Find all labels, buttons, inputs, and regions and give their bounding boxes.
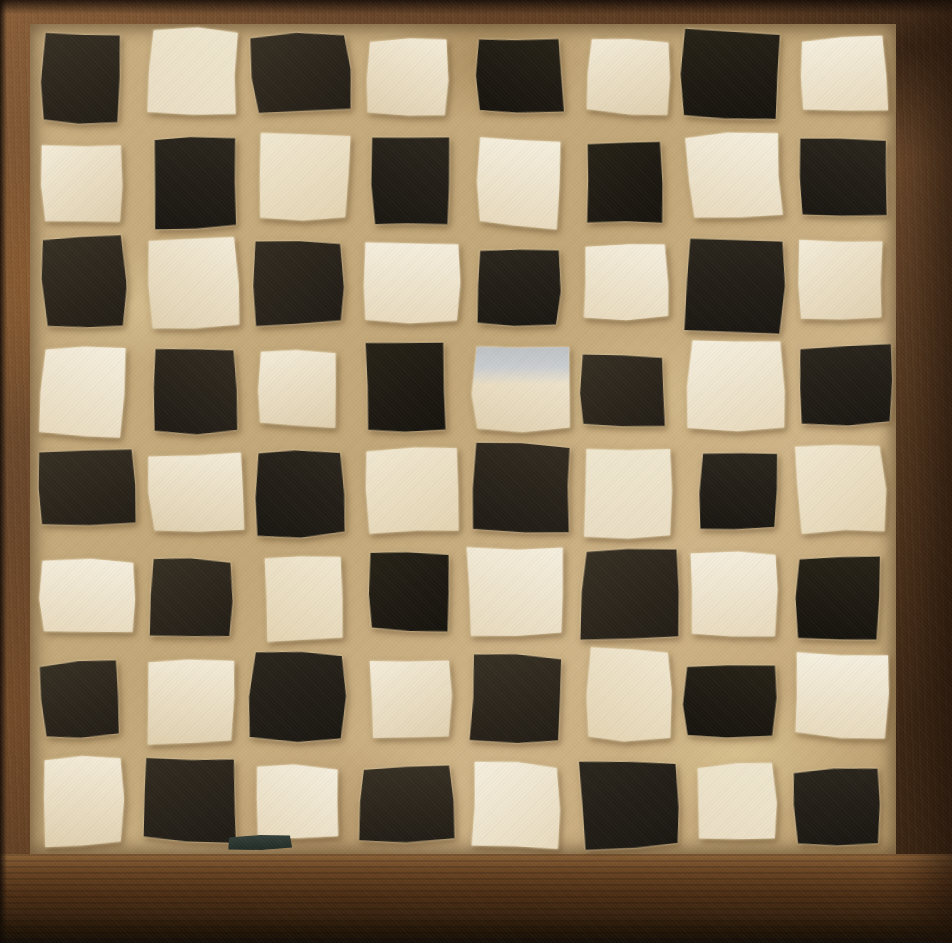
square-r6c4[interactable] <box>355 543 463 647</box>
tile-light <box>364 37 450 117</box>
square-r2c3[interactable] <box>247 128 355 232</box>
tile-surface <box>796 239 884 321</box>
square-r6c6[interactable] <box>571 543 679 647</box>
tile-dark <box>579 353 667 429</box>
square-r1c8[interactable] <box>788 24 896 128</box>
square-r1c1[interactable] <box>30 24 138 128</box>
tile-surface <box>369 660 453 740</box>
square-r3c1[interactable] <box>30 232 138 336</box>
tile-dark <box>474 37 564 115</box>
tile-surface <box>475 136 563 230</box>
square-r8c4[interactable] <box>355 750 463 854</box>
square-r5c2[interactable] <box>138 439 246 543</box>
tile-surface <box>792 652 891 740</box>
tile-surface <box>689 549 779 638</box>
tile-light <box>471 760 562 849</box>
tile-surface <box>146 451 244 534</box>
tile-surface <box>471 346 571 434</box>
tile-light <box>255 349 337 428</box>
square-r2c2[interactable] <box>138 128 246 232</box>
square-r7c2[interactable] <box>138 647 246 751</box>
tile-light <box>800 36 890 114</box>
square-r1c5[interactable] <box>463 24 571 128</box>
tile-light <box>584 447 675 542</box>
tile-light <box>147 25 238 118</box>
tile-surface <box>253 241 345 327</box>
square-r1c7[interactable] <box>680 24 788 128</box>
tile-surface <box>471 443 570 533</box>
tile-surface <box>584 447 675 542</box>
tile-dark <box>370 136 449 226</box>
tile-light <box>686 340 785 433</box>
square-r2c7[interactable] <box>680 128 788 232</box>
square-r3c2[interactable] <box>138 232 246 336</box>
tile-dark <box>151 346 240 436</box>
tile-dark <box>477 246 562 328</box>
square-r4c2[interactable] <box>138 335 246 439</box>
tile-light <box>586 37 671 117</box>
tile-surface <box>358 764 455 843</box>
wooden-frame-bottom-rail <box>0 854 952 943</box>
checkerboard-grid <box>30 24 896 854</box>
mosaic-board <box>30 24 896 854</box>
tile-surface <box>697 761 778 841</box>
tile-surface <box>792 766 882 848</box>
tile-surface <box>39 659 120 739</box>
tile-light <box>264 553 345 643</box>
tile-dark <box>247 650 348 745</box>
square-r6c1[interactable] <box>30 543 138 647</box>
mosaic-checkerboard-photo <box>0 0 952 943</box>
tile-light <box>471 346 571 434</box>
square-r3c6[interactable] <box>571 232 679 336</box>
tile-dark <box>250 30 353 114</box>
square-r6c7[interactable] <box>680 543 788 647</box>
tile-surface <box>145 658 237 746</box>
square-r2c6[interactable] <box>571 128 679 232</box>
square-r5c1[interactable] <box>30 439 138 543</box>
tile-surface <box>796 137 888 219</box>
tile-surface <box>151 346 240 436</box>
tile-surface <box>795 554 881 641</box>
tile-dark <box>39 659 120 739</box>
tile-light <box>795 443 889 534</box>
tile-surface <box>366 551 451 633</box>
tile-light <box>38 557 136 635</box>
tile-surface <box>256 130 351 223</box>
square-r7c7[interactable] <box>680 647 788 751</box>
tile-dark <box>698 453 777 531</box>
tile-dark <box>253 448 346 539</box>
tile-light <box>689 549 779 638</box>
tile-dark <box>682 663 776 739</box>
tile-surface <box>580 547 680 642</box>
tile-dark <box>798 342 893 428</box>
square-r8c7[interactable] <box>680 750 788 854</box>
square-r5c8[interactable] <box>788 439 896 543</box>
tile-light <box>584 242 670 321</box>
square-r5c6[interactable] <box>571 439 679 543</box>
tile-surface <box>586 37 671 117</box>
frame-left-edge-shadow <box>0 0 7 943</box>
tile-dark <box>795 554 881 641</box>
tile-dark <box>586 139 665 224</box>
square-r4c7[interactable] <box>680 335 788 439</box>
square-r6c8[interactable] <box>788 543 896 647</box>
tile-surface <box>361 240 461 324</box>
tile-surface <box>685 130 783 221</box>
square-r4c6[interactable] <box>571 335 679 439</box>
square-r7c8[interactable] <box>788 647 896 751</box>
tile-light <box>697 761 778 841</box>
tile-surface <box>250 30 353 114</box>
square-r1c4[interactable] <box>355 24 463 128</box>
tile-dark <box>253 241 345 327</box>
square-r7c6[interactable] <box>571 647 679 751</box>
tile-light <box>40 144 123 222</box>
tile-surface <box>142 756 239 843</box>
tile-dark <box>366 551 451 633</box>
sliver-tile-fragment <box>228 834 292 850</box>
tile-surface <box>698 453 777 531</box>
tile-dark <box>469 652 562 744</box>
square-r2c4[interactable] <box>355 128 463 232</box>
tile-surface <box>682 663 776 739</box>
tile-surface <box>264 553 345 643</box>
tile-surface <box>255 349 337 428</box>
tile-surface <box>38 448 137 526</box>
tile-dark <box>684 237 786 335</box>
tile-surface <box>255 764 340 841</box>
tile-surface <box>247 650 348 745</box>
tile-surface <box>146 236 240 333</box>
tile-light <box>146 236 240 333</box>
square-r2c8[interactable] <box>788 128 896 232</box>
tile-surface <box>798 342 893 428</box>
tile-surface <box>584 242 670 321</box>
square-r3c4[interactable] <box>355 232 463 336</box>
square-r2c1[interactable] <box>30 128 138 232</box>
tile-dark <box>792 766 882 848</box>
tile-dark <box>471 443 570 533</box>
tile-dark <box>39 32 123 126</box>
tile-surface <box>579 760 680 851</box>
square-r8c6[interactable] <box>571 750 679 854</box>
square-r8c5[interactable] <box>463 750 571 854</box>
square-r5c3[interactable] <box>247 439 355 543</box>
tile-light <box>369 660 453 740</box>
square-r5c5[interactable] <box>463 439 571 543</box>
square-r6c2[interactable] <box>138 543 246 647</box>
tile-dark <box>38 448 137 526</box>
tile-surface <box>370 136 449 226</box>
square-r3c3[interactable] <box>247 232 355 336</box>
square-r3c5[interactable] <box>463 232 571 336</box>
tile-light <box>583 645 673 743</box>
square-r5c7[interactable] <box>680 439 788 543</box>
square-r3c8[interactable] <box>788 232 896 336</box>
tile-surface <box>149 556 234 640</box>
tile-surface <box>477 246 562 328</box>
tile-light <box>145 658 237 746</box>
tile-surface <box>38 557 136 635</box>
tile-dark <box>149 556 234 640</box>
tile-surface <box>364 446 462 535</box>
square-r3c7[interactable] <box>680 232 788 336</box>
tile-light <box>364 446 462 535</box>
tile-surface <box>38 344 129 439</box>
square-r1c6[interactable] <box>571 24 679 128</box>
tile-light <box>792 652 891 740</box>
square-r6c3[interactable] <box>247 543 355 647</box>
square-r4c3[interactable] <box>247 335 355 439</box>
square-r7c3[interactable] <box>247 647 355 751</box>
tile-surface <box>366 342 446 434</box>
tile-surface <box>684 237 786 335</box>
tile-surface <box>39 32 123 126</box>
tile-light <box>255 764 340 841</box>
square-r4c8[interactable] <box>788 335 896 439</box>
tile-dark <box>580 547 680 642</box>
tile-dark <box>678 28 781 124</box>
square-r8c8[interactable] <box>788 750 896 854</box>
tile-surface <box>800 36 890 114</box>
square-r8c1[interactable] <box>30 750 138 854</box>
tile-surface <box>40 234 128 331</box>
square-r7c5[interactable] <box>463 647 571 751</box>
tile-dark <box>153 136 237 230</box>
tile-surface <box>40 144 123 222</box>
square-r4c5[interactable] <box>463 335 571 439</box>
tile-dark <box>366 342 446 434</box>
square-r4c4[interactable] <box>355 335 463 439</box>
tile-surface <box>678 28 781 124</box>
tile-surface <box>42 754 126 849</box>
square-r7c4[interactable] <box>355 647 463 751</box>
square-r7c1[interactable] <box>30 647 138 751</box>
square-r4c1[interactable] <box>30 335 138 439</box>
tile-light <box>42 754 126 849</box>
tile-surface <box>466 547 565 639</box>
tile-dark <box>142 756 239 843</box>
square-r5c4[interactable] <box>355 439 463 543</box>
tile-surface <box>474 37 564 115</box>
tile-light <box>146 451 244 534</box>
tile-light <box>466 547 565 639</box>
tile-surface <box>586 139 665 224</box>
tile-light <box>796 239 884 321</box>
tile-dark <box>358 764 455 843</box>
frame-top-shadow <box>0 0 952 14</box>
tile-light <box>685 130 783 221</box>
tile-surface <box>147 25 238 118</box>
tile-surface <box>583 645 673 743</box>
tile-surface <box>795 443 889 534</box>
square-r1c3[interactable] <box>247 24 355 128</box>
tile-surface <box>579 353 667 429</box>
tile-light <box>361 240 461 324</box>
tile-dark <box>579 760 680 851</box>
square-r1c2[interactable] <box>138 24 246 128</box>
square-r2c5[interactable] <box>463 128 571 232</box>
tile-light <box>475 136 563 230</box>
tile-surface <box>253 448 346 539</box>
frame-right-shadow <box>890 0 952 943</box>
tile-surface <box>471 760 562 849</box>
tile-surface <box>686 340 785 433</box>
tile-dark <box>796 137 888 219</box>
tile-dark <box>40 234 128 331</box>
gray-glaze-streak <box>471 346 570 385</box>
tile-surface <box>469 652 562 744</box>
tile-light <box>256 130 351 223</box>
square-r6c5[interactable] <box>463 543 571 647</box>
tile-surface <box>364 37 450 117</box>
tile-surface <box>153 136 237 230</box>
tile-light <box>38 344 129 439</box>
